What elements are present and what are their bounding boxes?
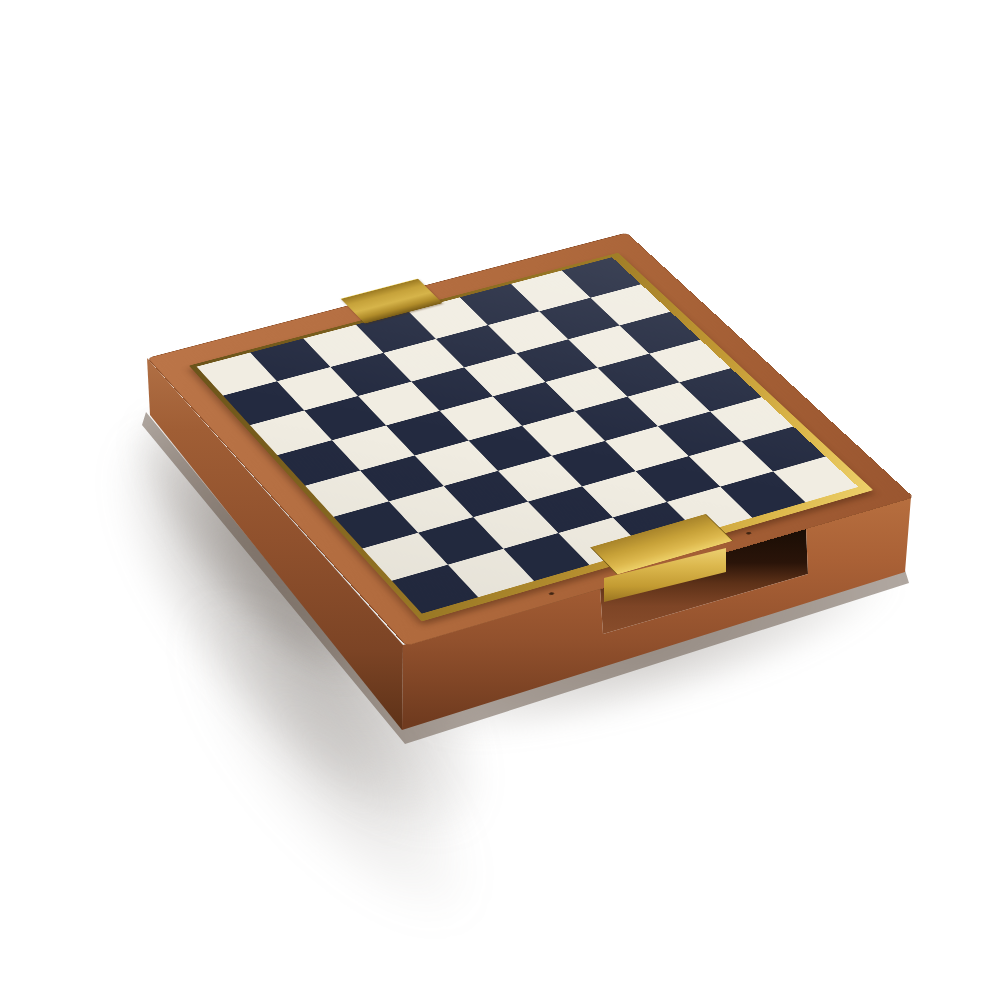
- rim-pin-hole: [745, 532, 752, 535]
- rim-pin-hole: [548, 592, 555, 596]
- product-photo-stage: [0, 0, 1000, 1000]
